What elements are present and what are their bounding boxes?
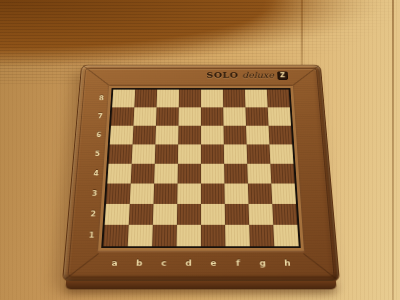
square-g1[interactable]: [249, 225, 274, 247]
frame-mitre: [303, 253, 336, 279]
file-label-b: b: [127, 256, 152, 270]
box-front-side: [65, 281, 336, 289]
square-f4[interactable]: [224, 164, 248, 184]
square-f6[interactable]: [224, 126, 247, 145]
square-e4[interactable]: [201, 164, 224, 184]
rank-label-6: 6: [86, 126, 102, 145]
square-f7[interactable]: [223, 107, 246, 125]
square-c4[interactable]: [154, 164, 178, 184]
rank-label-1: 1: [78, 225, 95, 247]
square-b3[interactable]: [130, 184, 154, 204]
square-d3[interactable]: [177, 184, 201, 204]
square-e1[interactable]: [201, 225, 225, 247]
square-a7[interactable]: [111, 107, 134, 125]
square-g2[interactable]: [249, 204, 274, 225]
square-g8[interactable]: [245, 90, 268, 108]
brand-name: SOLO: [206, 71, 238, 80]
square-h2[interactable]: [272, 204, 297, 225]
square-e6[interactable]: [201, 126, 224, 145]
square-a5[interactable]: [109, 144, 133, 163]
square-b7[interactable]: [133, 107, 156, 125]
square-b5[interactable]: [132, 144, 156, 163]
photo-scene: SOLO deluxe Z 87654321 abcdefgh: [0, 0, 400, 300]
square-d5[interactable]: [178, 144, 201, 163]
file-label-a: a: [102, 256, 127, 270]
square-f1[interactable]: [225, 225, 250, 247]
square-h5[interactable]: [269, 144, 293, 163]
file-label-e: e: [201, 256, 226, 270]
square-d7[interactable]: [178, 107, 201, 125]
brand-badge-icon: Z: [277, 71, 288, 79]
square-c6[interactable]: [155, 126, 178, 145]
square-b8[interactable]: [134, 90, 157, 108]
brand-variant: deluxe: [242, 71, 274, 80]
file-label-c: c: [151, 256, 176, 270]
square-a6[interactable]: [110, 126, 134, 145]
square-e8[interactable]: [201, 90, 223, 108]
square-h6[interactable]: [269, 126, 293, 145]
square-h4[interactable]: [270, 164, 294, 184]
square-c2[interactable]: [153, 204, 177, 225]
square-d4[interactable]: [178, 164, 201, 184]
file-labels: abcdefgh: [102, 256, 301, 270]
square-f5[interactable]: [224, 144, 247, 163]
square-h7[interactable]: [268, 107, 291, 125]
file-label-h: h: [275, 256, 300, 270]
rank-label-2: 2: [80, 204, 97, 225]
rank-label-4: 4: [83, 164, 99, 184]
chess-computer-box: SOLO deluxe Z 87654321 abcdefgh: [62, 65, 340, 282]
square-d8[interactable]: [179, 90, 201, 108]
square-g7[interactable]: [245, 107, 268, 125]
rank-label-8: 8: [89, 90, 104, 108]
square-g5[interactable]: [247, 144, 271, 163]
square-a4[interactable]: [107, 164, 131, 184]
square-f3[interactable]: [224, 184, 248, 204]
square-g4[interactable]: [247, 164, 271, 184]
frame-mitre: [293, 65, 319, 85]
square-a3[interactable]: [106, 184, 131, 204]
square-h8[interactable]: [267, 90, 290, 108]
rank-label-3: 3: [81, 184, 98, 204]
square-c1[interactable]: [152, 225, 177, 247]
square-f2[interactable]: [225, 204, 249, 225]
square-c7[interactable]: [156, 107, 179, 125]
file-label-d: d: [176, 256, 201, 270]
frame-mitre: [83, 65, 109, 85]
square-b2[interactable]: [129, 204, 154, 225]
square-b6[interactable]: [133, 126, 156, 145]
square-a1[interactable]: [103, 225, 128, 247]
square-d2[interactable]: [177, 204, 201, 225]
square-h1[interactable]: [273, 225, 298, 247]
file-label-g: g: [250, 256, 275, 270]
square-h3[interactable]: [271, 184, 296, 204]
square-e3[interactable]: [201, 184, 225, 204]
square-b1[interactable]: [128, 225, 153, 247]
rank-label-7: 7: [88, 107, 104, 125]
frame-mitre: [65, 253, 98, 279]
square-e7[interactable]: [201, 107, 224, 125]
square-d1[interactable]: [177, 225, 201, 247]
file-label-f: f: [226, 256, 251, 270]
square-c5[interactable]: [155, 144, 178, 163]
square-a8[interactable]: [112, 90, 135, 108]
square-d6[interactable]: [178, 126, 201, 145]
square-b4[interactable]: [131, 164, 155, 184]
square-g6[interactable]: [246, 126, 269, 145]
board-panel: [98, 86, 304, 251]
square-f8[interactable]: [223, 90, 246, 108]
square-e2[interactable]: [201, 204, 225, 225]
rank-label-5: 5: [84, 144, 100, 163]
square-c3[interactable]: [153, 184, 177, 204]
board-grid: [101, 88, 301, 248]
square-a2[interactable]: [105, 204, 130, 225]
square-g3[interactable]: [248, 184, 272, 204]
square-c8[interactable]: [157, 90, 180, 108]
square-e5[interactable]: [201, 144, 224, 163]
brand-label: SOLO deluxe Z: [206, 71, 288, 80]
